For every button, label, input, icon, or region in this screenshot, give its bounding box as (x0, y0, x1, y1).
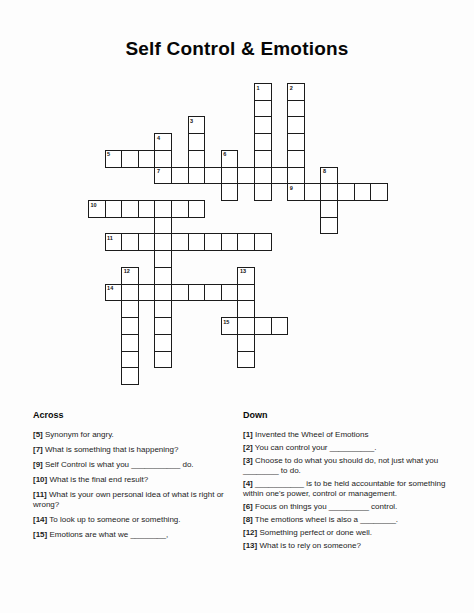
clue-item: [11] What is your own personal idea of w… (33, 490, 237, 510)
clue-text: Focus on things you _________ control. (253, 502, 398, 511)
grid-cell[interactable] (154, 233, 172, 251)
clue-item: [5] Synonym for angry. (33, 430, 237, 440)
grid-cell[interactable]: 7 (154, 167, 172, 185)
grid-cell[interactable]: 11 (105, 233, 123, 251)
grid-cell[interactable] (154, 267, 172, 285)
grid-cell[interactable] (188, 150, 206, 168)
grid-cell[interactable] (287, 116, 305, 134)
grid-cell[interactable] (254, 317, 272, 335)
clue-number: [6] (243, 502, 253, 511)
grid-cell[interactable] (254, 133, 272, 151)
grid-cell[interactable] (171, 167, 189, 185)
grid-cell[interactable]: 5 (105, 150, 123, 168)
grid-cell[interactable] (254, 167, 272, 185)
cell-number: 2 (290, 85, 293, 91)
clue-item: [4] ___________ is to be held accountabl… (243, 479, 464, 499)
clue-item: [2] You can control your __________. (243, 443, 464, 453)
grid-cell[interactable] (287, 150, 305, 168)
grid-cell[interactable] (154, 317, 172, 335)
cell-number: 9 (290, 185, 293, 191)
cell-number: 13 (240, 268, 246, 274)
grid-cell[interactable]: 1 (254, 83, 272, 101)
cell-number: 12 (124, 268, 130, 274)
clue-number: [2] (243, 443, 253, 452)
grid-cell[interactable] (188, 284, 206, 302)
grid-cell[interactable] (271, 317, 289, 335)
grid-cell[interactable] (320, 183, 338, 201)
grid-cell[interactable] (237, 300, 255, 318)
grid-cell[interactable]: 3 (188, 116, 206, 134)
grid-cell[interactable]: 2 (287, 83, 305, 101)
clue-number: [12] (243, 528, 257, 537)
clue-number: [7] (33, 445, 43, 454)
grid-cell[interactable] (320, 200, 338, 218)
grid-cell[interactable] (237, 351, 255, 369)
clue-item: [10] What is the final end result? (33, 475, 237, 485)
grid-cell[interactable] (237, 167, 255, 185)
clue-item: [6] Focus on things you _________ contro… (243, 502, 464, 512)
grid-cell[interactable] (121, 334, 139, 352)
grid-cell[interactable]: 15 (221, 317, 239, 335)
grid-cell[interactable] (121, 284, 139, 302)
clue-number: [13] (243, 541, 257, 550)
clue-number: [4] (243, 479, 253, 488)
grid-cell[interactable] (188, 133, 206, 151)
clue-item: [8] The emotions wheel is also a _______… (243, 515, 464, 525)
clue-item: [13] What is to rely on someone? (243, 541, 464, 551)
across-header: Across (33, 410, 237, 420)
grid-cell[interactable] (121, 317, 139, 335)
puzzle-title: Self Control & Emotions (0, 38, 474, 60)
cell-number: 11 (107, 235, 113, 241)
clue-number: [9] (33, 460, 43, 469)
clue-number: [8] (243, 515, 253, 524)
grid-cell[interactable] (138, 284, 156, 302)
grid-cell[interactable] (188, 167, 206, 185)
cell-number: 5 (107, 151, 110, 157)
clue-item: [7] What is something that is happening? (33, 445, 237, 455)
grid-cell[interactable] (237, 233, 255, 251)
grid-cell[interactable] (370, 183, 388, 201)
grid-cell[interactable] (154, 300, 172, 318)
grid-cell[interactable] (154, 217, 172, 235)
grid-cell[interactable] (221, 233, 239, 251)
grid-cell[interactable] (138, 233, 156, 251)
clue-text: You can control your __________. (253, 443, 377, 452)
grid-cell[interactable] (254, 116, 272, 134)
clue-text: To look up to someone or something. (47, 515, 180, 524)
clue-text: Self Control is what you ___________ do. (43, 460, 194, 469)
clue-text: Synonym for angry. (43, 430, 114, 439)
grid-cell[interactable] (121, 351, 139, 369)
grid-cell[interactable] (121, 200, 139, 218)
cell-number: 14 (107, 285, 113, 291)
clue-text: Invented the Wheel of Emotions (253, 430, 369, 439)
down-clues-section: Down [1] Invented the Wheel of Emotions[… (243, 410, 464, 554)
grid-cell[interactable] (154, 284, 172, 302)
clue-text: Emotions are what we ________, (47, 530, 168, 539)
clue-item: [3] Choose to do what you should do, not… (243, 456, 464, 476)
cell-number: 3 (190, 118, 193, 124)
clue-text: What is the final end result? (47, 475, 148, 484)
grid-cell[interactable] (154, 351, 172, 369)
grid-cell[interactable]: 14 (105, 284, 123, 302)
grid-cell[interactable] (254, 233, 272, 251)
grid-cell[interactable] (287, 133, 305, 151)
grid-cell[interactable] (154, 334, 172, 352)
clue-item: [1] Invented the Wheel of Emotions (243, 430, 464, 440)
grid-cell[interactable] (287, 100, 305, 118)
clue-text: What is to rely on someone? (257, 541, 361, 550)
clue-text: Choose to do what you should do, not jus… (243, 456, 438, 475)
grid-cell[interactable]: 13 (237, 267, 255, 285)
grid-cell[interactable]: 6 (221, 150, 239, 168)
clue-item: [14] To look up to someone or something. (33, 515, 237, 525)
grid-cell[interactable] (337, 183, 355, 201)
grid-cell[interactable] (121, 367, 139, 385)
cell-number: 1 (257, 85, 260, 91)
grid-cell[interactable]: 4 (154, 133, 172, 151)
clue-number: [5] (33, 430, 43, 439)
grid-cell[interactable] (105, 200, 123, 218)
grid-cell[interactable] (237, 334, 255, 352)
grid-cell[interactable] (154, 150, 172, 168)
grid-cell[interactable] (254, 150, 272, 168)
grid-cell[interactable] (121, 233, 139, 251)
clue-number: [3] (243, 456, 253, 465)
grid-cell[interactable] (188, 200, 206, 218)
grid-cell[interactable] (320, 217, 338, 235)
clue-number: [15] (33, 530, 47, 539)
grid-cell[interactable] (154, 250, 172, 268)
grid-cell[interactable] (171, 284, 189, 302)
grid-cell[interactable] (221, 167, 239, 185)
clue-number: [11] (33, 490, 47, 499)
grid-cell[interactable] (121, 150, 139, 168)
grid-cell[interactable] (221, 183, 239, 201)
grid-cell[interactable] (254, 100, 272, 118)
grid-cell[interactable] (304, 183, 322, 201)
clue-item: [12] Something perfect or done well. (243, 528, 464, 538)
grid-cell[interactable] (138, 200, 156, 218)
cell-number: 6 (223, 151, 226, 157)
clue-number: [10] (33, 475, 47, 484)
grid-cell[interactable] (237, 284, 255, 302)
grid-cell[interactable] (171, 200, 189, 218)
grid-cell[interactable] (287, 167, 305, 185)
cell-number: 8 (323, 168, 326, 174)
crossword-grid: 123456789101112131415 (88, 83, 388, 385)
grid-cell[interactable] (237, 317, 255, 335)
grid-cell[interactable] (354, 183, 372, 201)
clue-text: ___________ is to be held accountable fo… (243, 479, 445, 498)
down-clue-list: [1] Invented the Wheel of Emotions[2] Yo… (243, 430, 464, 551)
grid-cell[interactable] (204, 284, 222, 302)
grid-cell[interactable] (204, 233, 222, 251)
down-header: Down (243, 410, 464, 420)
grid-cell[interactable]: 10 (88, 200, 106, 218)
cell-number: 15 (223, 319, 229, 325)
clue-text: Something perfect or done well. (257, 528, 372, 537)
grid-cell[interactable]: 8 (320, 167, 338, 185)
grid-cell[interactable] (271, 167, 289, 185)
cell-number: 10 (91, 202, 97, 208)
clue-item: [15] Emotions are what we ________, (33, 530, 237, 540)
clue-text: What is your own personal idea of what i… (33, 490, 224, 509)
clue-text: What is something that is happening? (43, 445, 179, 454)
clue-number: [1] (243, 430, 253, 439)
grid-cell[interactable] (121, 300, 139, 318)
clue-number: [14] (33, 515, 47, 524)
across-clue-list: [5] Synonym for angry.[7] What is someth… (33, 430, 237, 540)
grid-cell[interactable] (171, 233, 189, 251)
cell-number: 4 (157, 135, 160, 141)
grid-cell[interactable] (154, 200, 172, 218)
across-clues-section: Across [5] Synonym for angry.[7] What is… (33, 410, 237, 545)
grid-cell[interactable] (138, 150, 156, 168)
worksheet-page: Self Control & Emotions 1234567891011121… (0, 0, 474, 613)
grid-cell[interactable] (188, 233, 206, 251)
grid-cell[interactable] (254, 183, 272, 201)
cell-number: 7 (157, 168, 160, 174)
grid-cell[interactable]: 9 (287, 183, 305, 201)
clue-item: [9] Self Control is what you ___________… (33, 460, 237, 470)
grid-cell[interactable] (221, 284, 239, 302)
grid-cell[interactable]: 12 (121, 267, 139, 285)
clue-text: The emotions wheel is also a ________. (253, 515, 398, 524)
grid-cell[interactable] (204, 167, 222, 185)
